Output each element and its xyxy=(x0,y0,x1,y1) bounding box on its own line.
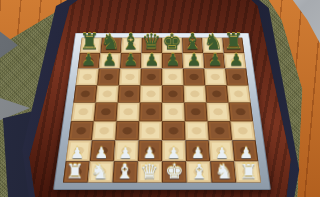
square-d6[interactable] xyxy=(140,68,162,85)
square-b4[interactable] xyxy=(94,103,118,121)
square-a5[interactable] xyxy=(73,85,97,102)
square-h3[interactable] xyxy=(230,121,255,140)
square-e6[interactable] xyxy=(162,68,184,85)
board-frame: ♜♞♝♛♚♝♞♜♟♟♟♟♟♟♟♟♟♟♟♟♟♟♟♟♜♞♝♛♚♝♞♜ xyxy=(53,33,271,190)
square-b7[interactable]: ♟ xyxy=(99,53,121,69)
piece-black-pawn[interactable]: ♟ xyxy=(207,51,222,68)
piece-black-pawn[interactable]: ♟ xyxy=(80,51,95,68)
piece-white-pawn[interactable]: ♟ xyxy=(167,145,181,160)
square-f6[interactable] xyxy=(183,68,205,85)
piece-black-pawn[interactable]: ♟ xyxy=(165,51,180,68)
square-c7[interactable]: ♟ xyxy=(120,53,142,69)
square-h2[interactable]: ♟ xyxy=(232,140,258,161)
square-c3[interactable] xyxy=(115,121,139,140)
square-c1[interactable]: ♝ xyxy=(112,161,137,183)
square-g6[interactable] xyxy=(204,68,227,85)
square-g1[interactable]: ♞ xyxy=(210,161,236,183)
square-f3[interactable] xyxy=(185,121,209,140)
square-b3[interactable] xyxy=(92,121,117,140)
piece-white-pawn[interactable]: ♟ xyxy=(191,145,205,160)
piece-white-bishop[interactable]: ♝ xyxy=(190,162,209,183)
piece-black-pawn[interactable]: ♟ xyxy=(186,51,201,68)
square-g3[interactable] xyxy=(208,121,233,140)
piece-white-pawn[interactable]: ♟ xyxy=(239,145,253,160)
square-f7[interactable]: ♟ xyxy=(183,53,205,69)
square-a3[interactable] xyxy=(68,121,93,140)
square-f2[interactable]: ♟ xyxy=(185,140,210,161)
piece-white-rook[interactable]: ♜ xyxy=(239,162,258,183)
piece-white-pawn[interactable]: ♟ xyxy=(95,145,109,160)
square-d3[interactable] xyxy=(139,121,162,140)
piece-white-bishop[interactable]: ♝ xyxy=(115,162,134,183)
square-c4[interactable] xyxy=(116,103,139,121)
square-e3[interactable] xyxy=(162,121,185,140)
square-b5[interactable] xyxy=(96,85,119,102)
square-a2[interactable]: ♟ xyxy=(66,140,92,161)
piece-black-pawn[interactable]: ♟ xyxy=(123,51,138,68)
piece-black-pawn[interactable]: ♟ xyxy=(102,51,117,68)
square-g7[interactable]: ♟ xyxy=(203,53,225,69)
square-a4[interactable] xyxy=(71,103,96,121)
square-b6[interactable] xyxy=(97,68,120,85)
square-e5[interactable] xyxy=(162,85,184,102)
square-c5[interactable] xyxy=(118,85,141,102)
square-g2[interactable]: ♟ xyxy=(209,140,234,161)
square-d5[interactable] xyxy=(140,85,162,102)
square-h1[interactable]: ♜ xyxy=(234,161,261,183)
game-scene: ♜♞♝♛♚♝♞♜♟♟♟♟♟♟♟♟♟♟♟♟♟♟♟♟♜♞♝♛♚♝♞♜ xyxy=(0,0,320,197)
square-b2[interactable]: ♟ xyxy=(90,140,115,161)
piece-white-king[interactable]: ♚ xyxy=(165,162,184,183)
piece-black-pawn[interactable]: ♟ xyxy=(228,51,243,68)
square-a1[interactable]: ♜ xyxy=(63,161,90,183)
square-g4[interactable] xyxy=(206,103,230,121)
square-c2[interactable]: ♟ xyxy=(114,140,139,161)
square-d2[interactable]: ♟ xyxy=(138,140,162,161)
square-d7[interactable]: ♟ xyxy=(141,53,162,69)
square-c6[interactable] xyxy=(119,68,141,85)
square-h7[interactable]: ♟ xyxy=(224,53,247,69)
square-a6[interactable] xyxy=(76,68,99,85)
square-a7[interactable]: ♟ xyxy=(78,53,101,69)
square-b1[interactable]: ♞ xyxy=(88,161,114,183)
square-f5[interactable] xyxy=(184,85,207,102)
square-e2[interactable]: ♟ xyxy=(162,140,186,161)
piece-white-pawn[interactable]: ♟ xyxy=(71,145,85,160)
piece-white-pawn[interactable]: ♟ xyxy=(215,145,229,160)
square-d4[interactable] xyxy=(139,103,162,121)
piece-white-rook[interactable]: ♜ xyxy=(66,162,85,183)
square-e1[interactable]: ♚ xyxy=(162,161,187,183)
square-d1[interactable]: ♛ xyxy=(137,161,162,183)
square-f1[interactable]: ♝ xyxy=(186,161,211,183)
square-e7[interactable]: ♟ xyxy=(162,53,183,69)
square-h6[interactable] xyxy=(225,68,248,85)
square-g5[interactable] xyxy=(205,85,228,102)
chess-board: ♜♞♝♛♚♝♞♜♟♟♟♟♟♟♟♟♟♟♟♟♟♟♟♟♜♞♝♛♚♝♞♜ xyxy=(63,38,261,183)
square-e4[interactable] xyxy=(162,103,185,121)
square-h4[interactable] xyxy=(228,103,253,121)
piece-white-queen[interactable]: ♛ xyxy=(140,162,159,183)
piece-white-pawn[interactable]: ♟ xyxy=(143,145,157,160)
piece-white-knight[interactable]: ♞ xyxy=(90,162,109,183)
square-f4[interactable] xyxy=(184,103,207,121)
square-h5[interactable] xyxy=(227,85,251,102)
piece-black-pawn[interactable]: ♟ xyxy=(144,51,159,68)
piece-white-knight[interactable]: ♞ xyxy=(215,162,234,183)
piece-white-pawn[interactable]: ♟ xyxy=(119,145,133,160)
